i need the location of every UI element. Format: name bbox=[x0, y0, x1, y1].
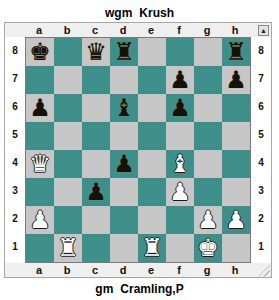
square-c6[interactable] bbox=[82, 94, 110, 122]
file-label-c: c bbox=[81, 263, 109, 277]
square-e4[interactable] bbox=[138, 150, 166, 178]
square-b7[interactable] bbox=[54, 66, 82, 94]
square-h1[interactable] bbox=[222, 234, 250, 262]
arrow-up-icon: ▲ bbox=[260, 27, 267, 34]
square-b5[interactable] bbox=[54, 122, 82, 150]
square-h6[interactable] bbox=[222, 94, 250, 122]
rank-label-7: 7 bbox=[5, 65, 25, 93]
square-c1[interactable] bbox=[82, 234, 110, 262]
square-g5[interactable] bbox=[194, 122, 222, 150]
square-h2[interactable]: ♟ bbox=[222, 206, 250, 234]
square-b6[interactable] bbox=[54, 94, 82, 122]
square-h8[interactable]: ♜ bbox=[222, 38, 250, 66]
square-a5[interactable] bbox=[26, 122, 54, 150]
board-row: 87654321 ♚♛♜♜♟♟♟♝♟♛♟♝♟♟♟♟♟♜♜♚ 87654321 bbox=[5, 37, 271, 263]
rank-label-6: 6 bbox=[251, 93, 271, 121]
file-label-f: f bbox=[165, 263, 193, 277]
square-c8[interactable]: ♛ bbox=[82, 38, 110, 66]
square-a8[interactable]: ♚ bbox=[26, 38, 54, 66]
square-d7[interactable] bbox=[110, 66, 138, 94]
white-rook[interactable]: ♜ bbox=[138, 234, 166, 262]
white-queen[interactable]: ♛ bbox=[26, 150, 54, 178]
top-player-title: wgm bbox=[105, 6, 132, 20]
square-e6[interactable] bbox=[138, 94, 166, 122]
black-king[interactable]: ♚ bbox=[26, 38, 54, 66]
rank-label-5: 5 bbox=[5, 121, 25, 149]
black-rook[interactable]: ♜ bbox=[222, 38, 250, 66]
bottom-player-label: gmCramling,P bbox=[0, 282, 279, 296]
black-pawn[interactable]: ♟ bbox=[222, 66, 250, 94]
black-rook[interactable]: ♜ bbox=[110, 38, 138, 66]
board-panel: abcdefgh ▲ 87654321 ♚♛♜♜♟♟♟♝♟♛♟♝♟♟♟♟♟♜♜♚… bbox=[4, 22, 272, 278]
square-d3[interactable] bbox=[110, 178, 138, 206]
square-d4[interactable]: ♟ bbox=[110, 150, 138, 178]
file-coordinates-bottom: abcdefgh bbox=[5, 263, 271, 277]
white-king[interactable]: ♚ bbox=[194, 234, 222, 262]
file-coordinates-top: abcdefgh ▲ bbox=[5, 23, 271, 37]
square-c2[interactable] bbox=[82, 206, 110, 234]
black-pawn[interactable]: ♟ bbox=[26, 94, 54, 122]
white-pawn[interactable]: ♟ bbox=[222, 206, 250, 234]
black-pawn[interactable]: ♟ bbox=[110, 150, 138, 178]
square-g3[interactable] bbox=[194, 178, 222, 206]
square-d1[interactable] bbox=[110, 234, 138, 262]
square-e8[interactable] bbox=[138, 38, 166, 66]
black-bishop[interactable]: ♝ bbox=[110, 94, 138, 122]
file-label-d: d bbox=[109, 23, 137, 37]
square-b4[interactable] bbox=[54, 150, 82, 178]
square-a7[interactable] bbox=[26, 66, 54, 94]
rank-label-4: 4 bbox=[251, 149, 271, 177]
square-f8[interactable] bbox=[166, 38, 194, 66]
square-g4[interactable] bbox=[194, 150, 222, 178]
file-label-g: g bbox=[193, 23, 221, 37]
square-d5[interactable] bbox=[110, 122, 138, 150]
square-c5[interactable] bbox=[82, 122, 110, 150]
file-labels-bottom: abcdefgh bbox=[25, 263, 249, 277]
square-e3[interactable] bbox=[138, 178, 166, 206]
rank-labels-right: 87654321 bbox=[251, 37, 271, 263]
square-h3[interactable] bbox=[222, 178, 250, 206]
square-h5[interactable] bbox=[222, 122, 250, 150]
rank-label-5: 5 bbox=[251, 121, 271, 149]
square-g2[interactable]: ♟ bbox=[194, 206, 222, 234]
bottom-player-name: Cramling,P bbox=[120, 282, 183, 296]
square-f7[interactable]: ♟ bbox=[166, 66, 194, 94]
square-d2[interactable] bbox=[110, 206, 138, 234]
chess-board: ♚♛♜♜♟♟♟♝♟♛♟♝♟♟♟♟♟♜♜♚ bbox=[25, 37, 251, 263]
file-label-h: h bbox=[221, 23, 249, 37]
square-f6[interactable]: ♟ bbox=[166, 94, 194, 122]
top-player-label: wgmKrush bbox=[0, 0, 279, 20]
coord-right-zone: ▲ bbox=[249, 25, 271, 36]
square-a4[interactable]: ♛ bbox=[26, 150, 54, 178]
resize-grip-icon[interactable] bbox=[258, 265, 270, 277]
square-f1[interactable] bbox=[166, 234, 194, 262]
rank-label-8: 8 bbox=[5, 37, 25, 65]
square-c7[interactable] bbox=[82, 66, 110, 94]
square-g6[interactable] bbox=[194, 94, 222, 122]
white-bishop[interactable]: ♝ bbox=[166, 150, 194, 178]
square-c3[interactable]: ♟ bbox=[82, 178, 110, 206]
square-e7[interactable] bbox=[138, 66, 166, 94]
square-h4[interactable] bbox=[222, 150, 250, 178]
square-a2[interactable]: ♟ bbox=[26, 206, 54, 234]
rank-label-1: 1 bbox=[251, 233, 271, 261]
rank-labels-left: 87654321 bbox=[5, 37, 25, 263]
square-a6[interactable]: ♟ bbox=[26, 94, 54, 122]
file-label-b: b bbox=[53, 263, 81, 277]
rank-label-1: 1 bbox=[5, 233, 25, 261]
file-label-d: d bbox=[109, 263, 137, 277]
file-label-e: e bbox=[137, 263, 165, 277]
rank-label-7: 7 bbox=[251, 65, 271, 93]
square-e1[interactable]: ♜ bbox=[138, 234, 166, 262]
white-rook[interactable]: ♜ bbox=[54, 234, 82, 262]
square-f5[interactable] bbox=[166, 122, 194, 150]
square-e5[interactable] bbox=[138, 122, 166, 150]
rank-label-8: 8 bbox=[251, 37, 271, 65]
file-label-a: a bbox=[25, 263, 53, 277]
coord-right-zone bbox=[249, 264, 271, 277]
square-a3[interactable] bbox=[26, 178, 54, 206]
file-labels-top: abcdefgh bbox=[25, 23, 249, 37]
black-queen[interactable]: ♛ bbox=[82, 38, 110, 66]
square-c4[interactable] bbox=[82, 150, 110, 178]
square-a1[interactable] bbox=[26, 234, 54, 262]
white-pawn[interactable]: ♟ bbox=[194, 206, 222, 234]
black-pawn[interactable]: ♟ bbox=[82, 178, 110, 206]
file-label-c: c bbox=[81, 23, 109, 37]
square-b8[interactable] bbox=[54, 38, 82, 66]
white-pawn[interactable]: ♟ bbox=[166, 178, 194, 206]
square-d6[interactable]: ♝ bbox=[110, 94, 138, 122]
rank-label-4: 4 bbox=[5, 149, 25, 177]
square-g1[interactable]: ♚ bbox=[194, 234, 222, 262]
file-label-a: a bbox=[25, 23, 53, 37]
file-label-b: b bbox=[53, 23, 81, 37]
white-pawn[interactable]: ♟ bbox=[26, 206, 54, 234]
rank-label-3: 3 bbox=[251, 177, 271, 205]
square-e2[interactable] bbox=[138, 206, 166, 234]
rank-label-6: 6 bbox=[5, 93, 25, 121]
square-f3[interactable]: ♟ bbox=[166, 178, 194, 206]
square-b2[interactable] bbox=[54, 206, 82, 234]
file-label-g: g bbox=[193, 263, 221, 277]
square-f2[interactable] bbox=[166, 206, 194, 234]
rank-label-2: 2 bbox=[251, 205, 271, 233]
bottom-player-title: gm bbox=[95, 282, 113, 296]
square-d8[interactable]: ♜ bbox=[110, 38, 138, 66]
square-f4[interactable]: ♝ bbox=[166, 150, 194, 178]
board-corner-button[interactable]: ▲ bbox=[258, 25, 269, 36]
black-pawn[interactable]: ♟ bbox=[166, 94, 194, 122]
square-g8[interactable] bbox=[194, 38, 222, 66]
black-pawn[interactable]: ♟ bbox=[166, 66, 194, 94]
file-label-h: h bbox=[221, 263, 249, 277]
square-h7[interactable]: ♟ bbox=[222, 66, 250, 94]
file-label-f: f bbox=[165, 23, 193, 37]
top-player-name: Krush bbox=[139, 6, 174, 20]
file-label-e: e bbox=[137, 23, 165, 37]
square-b3[interactable] bbox=[54, 178, 82, 206]
rank-label-2: 2 bbox=[5, 205, 25, 233]
rank-label-3: 3 bbox=[5, 177, 25, 205]
square-b1[interactable]: ♜ bbox=[54, 234, 82, 262]
square-g7[interactable] bbox=[194, 66, 222, 94]
